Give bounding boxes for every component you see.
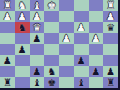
square-b6[interactable] (89, 55, 104, 66)
square-d4[interactable]: ♟ (59, 33, 74, 44)
square-e5[interactable] (44, 44, 59, 55)
black-pawn[interactable]: ♟ (32, 33, 41, 43)
square-b7[interactable]: ♟ (89, 66, 104, 77)
square-g3[interactable]: ♞ (15, 22, 30, 33)
square-d7[interactable] (59, 66, 74, 77)
square-h1[interactable]: ♜ (0, 0, 15, 11)
white-bishop[interactable]: ♝ (32, 0, 41, 10)
square-f6[interactable] (30, 55, 45, 66)
square-a1[interactable]: ♜ (103, 0, 118, 11)
square-c8[interactable]: ♝ (74, 77, 89, 88)
square-e6[interactable] (44, 55, 59, 66)
square-d1[interactable] (59, 0, 74, 11)
square-h8[interactable]: ♜ (0, 77, 15, 88)
white-pawn[interactable]: ♟ (77, 22, 86, 32)
black-pawn[interactable]: ♟ (18, 44, 27, 54)
square-h6[interactable]: ♟ (0, 55, 15, 66)
square-f3[interactable]: ♛ (30, 22, 45, 33)
square-f2[interactable]: ♟ (30, 11, 45, 22)
black-bishop[interactable]: ♝ (32, 77, 41, 87)
square-c7[interactable] (74, 66, 89, 77)
square-e1[interactable]: ♚ (44, 0, 59, 11)
square-b5[interactable] (89, 44, 104, 55)
black-pawn[interactable]: ♟ (32, 66, 41, 76)
black-pawn[interactable]: ♟ (106, 66, 115, 76)
white-pawn[interactable]: ♟ (106, 11, 115, 21)
white-knight[interactable]: ♞ (18, 0, 27, 10)
square-e7[interactable]: ♞ (44, 66, 59, 77)
white-pawn[interactable]: ♟ (32, 11, 41, 21)
square-b3[interactable] (89, 22, 104, 33)
black-knight[interactable]: ♞ (18, 22, 27, 32)
white-pawn[interactable]: ♟ (91, 33, 100, 43)
black-bishop[interactable]: ♝ (77, 77, 86, 87)
square-h7[interactable] (0, 66, 15, 77)
square-a2[interactable]: ♟ (103, 11, 118, 22)
square-h5[interactable] (0, 44, 15, 55)
white-pawn[interactable]: ♟ (18, 11, 27, 21)
square-g8[interactable] (15, 77, 30, 88)
square-h3[interactable] (0, 22, 15, 33)
white-pawn[interactable]: ♟ (3, 11, 12, 21)
square-a6[interactable] (103, 55, 118, 66)
black-pawn[interactable]: ♟ (91, 66, 100, 76)
square-d8[interactable] (59, 77, 74, 88)
square-d5[interactable] (59, 44, 74, 55)
square-e3[interactable] (44, 22, 59, 33)
square-e8[interactable]: ♚ (44, 77, 59, 88)
square-d2[interactable] (59, 11, 74, 22)
square-c5[interactable] (74, 44, 89, 55)
square-d3[interactable] (59, 22, 74, 33)
square-g4[interactable] (15, 33, 30, 44)
square-c1[interactable] (74, 0, 89, 11)
white-rook[interactable]: ♜ (106, 0, 115, 10)
square-g7[interactable] (15, 66, 30, 77)
white-king[interactable]: ♚ (47, 0, 56, 10)
square-h4[interactable] (0, 33, 15, 44)
square-a8[interactable]: ♜ (103, 77, 118, 88)
white-queen[interactable]: ♛ (32, 22, 41, 32)
square-f1[interactable]: ♝ (30, 0, 45, 11)
chess-board: ♜♞♝♚♜♟♟♟♟♞♛♟♛♟♟♟♟♟♟♟♞♟♟♜♝♚♝♜ (0, 0, 118, 88)
square-b1[interactable] (89, 0, 104, 11)
square-f8[interactable]: ♝ (30, 77, 45, 88)
square-a4[interactable] (103, 33, 118, 44)
chess-app-window: ♜♞♝♚♜♟♟♟♟♞♛♟♛♟♟♟♟♟♟♟♞♟♟♜♝♚♝♜ (0, 0, 120, 90)
black-king[interactable]: ♚ (47, 77, 56, 87)
black-knight[interactable]: ♞ (47, 66, 56, 76)
square-g2[interactable]: ♟ (15, 11, 30, 22)
square-d6[interactable] (59, 55, 74, 66)
square-f4[interactable]: ♟ (30, 33, 45, 44)
black-pawn[interactable]: ♟ (3, 55, 12, 65)
square-g6[interactable] (15, 55, 30, 66)
black-pawn[interactable]: ♟ (77, 55, 86, 65)
square-a3[interactable]: ♛ (103, 22, 118, 33)
square-g1[interactable]: ♞ (15, 0, 30, 11)
square-e4[interactable] (44, 33, 59, 44)
square-f7[interactable]: ♟ (30, 66, 45, 77)
square-e2[interactable] (44, 11, 59, 22)
black-rook[interactable]: ♜ (106, 77, 115, 87)
square-c6[interactable]: ♟ (74, 55, 89, 66)
square-b8[interactable] (89, 77, 104, 88)
square-b2[interactable] (89, 11, 104, 22)
square-b4[interactable]: ♟ (89, 33, 104, 44)
white-rook[interactable]: ♜ (3, 0, 12, 10)
square-f5[interactable] (30, 44, 45, 55)
square-c3[interactable]: ♟ (74, 22, 89, 33)
square-g5[interactable]: ♟ (15, 44, 30, 55)
square-c2[interactable] (74, 11, 89, 22)
square-a5[interactable] (103, 44, 118, 55)
black-rook[interactable]: ♜ (3, 77, 12, 87)
white-pawn[interactable]: ♟ (62, 33, 71, 43)
square-a7[interactable]: ♟ (103, 66, 118, 77)
square-h2[interactable]: ♟ (0, 11, 15, 22)
black-queen[interactable]: ♛ (106, 22, 115, 32)
square-c4[interactable] (74, 33, 89, 44)
